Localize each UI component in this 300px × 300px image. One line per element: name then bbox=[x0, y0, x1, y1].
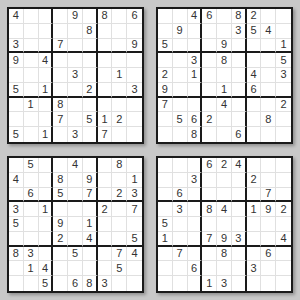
sudoku-cell-top_left-r5c2[interactable] bbox=[24, 68, 39, 83]
sudoku-cell-top_right-r4c8[interactable] bbox=[261, 53, 276, 68]
sudoku-cell-bottom_left-r4c9: 7 bbox=[127, 202, 142, 217]
sudoku-cell-top_left-r2c2[interactable] bbox=[24, 24, 39, 39]
sudoku-cell-top_left-r2c8[interactable] bbox=[112, 24, 127, 39]
sudoku-cell-bottom_right-r2c4[interactable] bbox=[202, 173, 217, 188]
sudoku-cell-top_left-r2c7[interactable] bbox=[98, 24, 113, 39]
sudoku-cell-bottom_left-r6c7[interactable] bbox=[98, 232, 113, 247]
sudoku-cell-top_left-r7c5[interactable] bbox=[68, 98, 83, 113]
sudoku-cell-top_left-r7c6[interactable] bbox=[83, 98, 98, 113]
sudoku-cell-top_right-r7c7[interactable] bbox=[247, 98, 262, 113]
sudoku-cell-bottom_left-r7c4[interactable] bbox=[53, 247, 68, 262]
sudoku-cell-bottom_left-r7c2: 3 bbox=[24, 247, 39, 262]
sudoku-cell-bottom_right-r1c9[interactable] bbox=[276, 158, 291, 173]
sudoku-cell-bottom_left-r6c5[interactable] bbox=[68, 232, 83, 247]
sudoku-cell-top_left-r4c5[interactable] bbox=[68, 53, 83, 68]
sudoku-cell-bottom_left-r3c5[interactable] bbox=[68, 188, 83, 203]
sudoku-cell-top_left-r2c1[interactable] bbox=[9, 24, 24, 39]
sudoku-cell-bottom_right-r7c5: 8 bbox=[217, 247, 232, 262]
sudoku-cell-top_right-r7c3[interactable] bbox=[188, 98, 203, 113]
sudoku-cell-top_right-r8c1[interactable] bbox=[158, 112, 173, 127]
sudoku-cell-top_left-r6c5[interactable] bbox=[68, 83, 83, 98]
sudoku-cell-top_right-r3c7[interactable] bbox=[247, 39, 262, 54]
sudoku-cell-bottom_right-r7c6[interactable] bbox=[232, 247, 247, 262]
sudoku-cell-bottom_right-r4c2: 3 bbox=[173, 202, 188, 217]
sudoku-cell-top_left-r7c9[interactable] bbox=[127, 98, 142, 113]
sudoku-cell-bottom_right-r2c1[interactable] bbox=[158, 173, 173, 188]
sudoku-cell-top_left-r5c6[interactable] bbox=[83, 68, 98, 83]
sudoku-cell-top_right-r1c8[interactable] bbox=[261, 9, 276, 24]
sudoku-cell-top_left-r3c5[interactable] bbox=[68, 39, 83, 54]
sudoku-cell-top_left-r1c1: 4 bbox=[9, 9, 24, 24]
sudoku-cell-bottom_right-r8c3: 6 bbox=[188, 261, 203, 276]
sudoku-cell-bottom_left-r3c8: 2 bbox=[112, 188, 127, 203]
sudoku-cell-top_right-r1c6: 8 bbox=[232, 9, 247, 24]
sudoku-cell-bottom_right-r6c4: 7 bbox=[202, 232, 217, 247]
sudoku-cell-top_right-r5c5[interactable] bbox=[217, 68, 232, 83]
sudoku-cell-bottom_right-r1c8[interactable] bbox=[261, 158, 276, 173]
sudoku-cell-bottom_right-r1c4: 6 bbox=[202, 158, 217, 173]
sudoku-cell-bottom_left-r7c3[interactable] bbox=[39, 247, 54, 262]
sudoku-cell-top_right-r5c6[interactable] bbox=[232, 68, 247, 83]
sudoku-cell-top_right-r4c3: 3 bbox=[188, 53, 203, 68]
sudoku-cell-top_right-r9c8[interactable] bbox=[261, 127, 276, 142]
sudoku-cell-top_left-r7c3[interactable] bbox=[39, 98, 54, 113]
sudoku-cell-top_right-r2c5[interactable] bbox=[217, 24, 232, 39]
sudoku-cell-top_right-r7c8[interactable] bbox=[261, 98, 276, 113]
sudoku-board-bottom-right: 62432673841925179347866313 bbox=[156, 156, 293, 293]
sudoku-cell-bottom_right-r3c3[interactable] bbox=[188, 188, 203, 203]
sudoku-cell-bottom_right-r6c2[interactable] bbox=[173, 232, 188, 247]
sudoku-cell-top_right-r8c5[interactable] bbox=[217, 112, 232, 127]
sudoku-cell-top_left-r3c2[interactable] bbox=[24, 39, 39, 54]
sudoku-cell-bottom_left-r1c9[interactable] bbox=[127, 158, 142, 173]
sudoku-cell-bottom_right-r5c7[interactable] bbox=[247, 217, 262, 232]
sudoku-cell-top_left-r4c8[interactable] bbox=[112, 53, 127, 68]
sudoku-cell-top_right-r6c8[interactable] bbox=[261, 83, 276, 98]
sudoku-cell-top_right-r7c1: 7 bbox=[158, 98, 173, 113]
sudoku-cell-top_right-r5c3: 1 bbox=[188, 68, 203, 83]
sudoku-board-bottom-left: 5484891657233127591245835741455683 bbox=[7, 156, 144, 293]
sudoku-cell-top_right-r2c6: 3 bbox=[232, 24, 247, 39]
sudoku-cell-bottom_left-r8c7[interactable] bbox=[98, 261, 113, 276]
sudoku-cell-top_left-r8c5[interactable] bbox=[68, 112, 83, 127]
sudoku-cell-bottom_left-r6c9: 5 bbox=[127, 232, 142, 247]
sudoku-cell-top_right-r4c7[interactable] bbox=[247, 53, 262, 68]
sudoku-cell-bottom_right-r5c2[interactable] bbox=[173, 217, 188, 232]
sudoku-cell-bottom_left-r6c4: 2 bbox=[53, 232, 68, 247]
sudoku-cell-top_left-r7c2: 1 bbox=[24, 98, 39, 113]
sudoku-cell-top_right-r2c1[interactable] bbox=[158, 24, 173, 39]
sudoku-cell-top_left-r7c7[interactable] bbox=[98, 98, 113, 113]
sudoku-cell-top_left-r8c7: 1 bbox=[98, 112, 113, 127]
sudoku-cell-bottom_left-r2c6: 9 bbox=[83, 173, 98, 188]
sudoku-cell-bottom_right-r5c5[interactable] bbox=[217, 217, 232, 232]
sudoku-cell-top_right-r9c2[interactable] bbox=[173, 127, 188, 142]
sudoku-cell-top_left-r3c3[interactable] bbox=[39, 39, 54, 54]
sudoku-cell-bottom_right-r9c8[interactable] bbox=[261, 276, 276, 291]
sudoku-cell-top_right-r3c5: 9 bbox=[217, 39, 232, 54]
sudoku-cell-top_right-r7c2[interactable] bbox=[173, 98, 188, 113]
sudoku-cell-bottom_left-r7c7[interactable] bbox=[98, 247, 113, 262]
sudoku-cell-top_right-r5c7: 4 bbox=[247, 68, 262, 83]
sudoku-cell-bottom_right-r6c7[interactable] bbox=[247, 232, 262, 247]
sudoku-cell-bottom_left-r5c2[interactable] bbox=[24, 217, 39, 232]
sudoku-cell-top_right-r5c4[interactable] bbox=[202, 68, 217, 83]
sudoku-cell-top_right-r9c7[interactable] bbox=[247, 127, 262, 142]
sudoku-cell-top_left-r9c1: 5 bbox=[9, 127, 24, 142]
sudoku-cell-bottom_right-r7c9[interactable] bbox=[276, 247, 291, 262]
sudoku-cell-bottom_left-r5c9[interactable] bbox=[127, 217, 142, 232]
sudoku-cell-bottom_left-r2c3[interactable] bbox=[39, 173, 54, 188]
sudoku-cell-bottom_right-r7c7[interactable] bbox=[247, 247, 262, 262]
sudoku-cell-bottom_right-r4c7: 1 bbox=[247, 202, 262, 217]
sudoku-cell-bottom_left-r1c7[interactable] bbox=[98, 158, 113, 173]
sudoku-cell-top_left-r8c9[interactable] bbox=[127, 112, 142, 127]
sudoku-cell-bottom_right-r6c8[interactable] bbox=[261, 232, 276, 247]
sudoku-cell-bottom_right-r7c3[interactable] bbox=[188, 247, 203, 262]
sudoku-cell-top_left-r9c4[interactable] bbox=[53, 127, 68, 142]
sudoku-cell-bottom_left-r2c2[interactable] bbox=[24, 173, 39, 188]
sudoku-cell-top_right-r4c6[interactable] bbox=[232, 53, 247, 68]
sudoku-cell-top_right-r9c9[interactable] bbox=[276, 127, 291, 142]
sudoku-cell-bottom_right-r5c1: 5 bbox=[158, 217, 173, 232]
sudoku-cell-bottom_right-r2c2[interactable] bbox=[173, 173, 188, 188]
puzzle-sheet: 49868379943151231875125137 4682935459138… bbox=[0, 0, 300, 300]
sudoku-cell-bottom_left-r7c6[interactable] bbox=[83, 247, 98, 262]
sudoku-cell-top_left-r8c3[interactable] bbox=[39, 112, 54, 127]
sudoku-cell-top_right-r4c4[interactable] bbox=[202, 53, 217, 68]
sudoku-cell-top_right-r3c3[interactable] bbox=[188, 39, 203, 54]
sudoku-cell-top_left-r4c4[interactable] bbox=[53, 53, 68, 68]
sudoku-cell-bottom_left-r4c8[interactable] bbox=[112, 202, 127, 217]
sudoku-cell-bottom_left-r9c6: 8 bbox=[83, 276, 98, 291]
sudoku-cell-bottom_right-r2c5[interactable] bbox=[217, 173, 232, 188]
sudoku-cell-top_right-r2c8: 4 bbox=[261, 24, 276, 39]
sudoku-cell-bottom_right-r8c5[interactable] bbox=[217, 261, 232, 276]
sudoku-cell-top_left-r5c8: 1 bbox=[112, 68, 127, 83]
sudoku-cell-bottom_left-r6c6: 4 bbox=[83, 232, 98, 247]
sudoku-cell-bottom_right-r5c3[interactable] bbox=[188, 217, 203, 232]
sudoku-cell-top_right-r2c9[interactable] bbox=[276, 24, 291, 39]
sudoku-cell-top_left-r2c9[interactable] bbox=[127, 24, 142, 39]
sudoku-cell-top_right-r8c2: 5 bbox=[173, 112, 188, 127]
sudoku-cell-top_left-r1c7: 8 bbox=[98, 9, 113, 24]
sudoku-cell-bottom_left-r9c1[interactable] bbox=[9, 276, 24, 291]
sudoku-cell-bottom_left-r1c4[interactable] bbox=[53, 158, 68, 173]
sudoku-cell-bottom_left-r8c6[interactable] bbox=[83, 261, 98, 276]
sudoku-cell-top_left-r5c3[interactable] bbox=[39, 68, 54, 83]
sudoku-cell-top_right-r8c7[interactable] bbox=[247, 112, 262, 127]
sudoku-cell-bottom_right-r6c3[interactable] bbox=[188, 232, 203, 247]
sudoku-cell-top_right-r9c5[interactable] bbox=[217, 127, 232, 142]
sudoku-cell-bottom_right-r7c1[interactable] bbox=[158, 247, 173, 262]
sudoku-cell-bottom_left-r3c1[interactable] bbox=[9, 188, 24, 203]
sudoku-cell-top_right-r1c7: 2 bbox=[247, 9, 262, 24]
sudoku-cell-top_left-r5c4[interactable] bbox=[53, 68, 68, 83]
sudoku-cell-bottom_left-r4c5[interactable] bbox=[68, 202, 83, 217]
sudoku-cell-top_left-r6c6: 2 bbox=[83, 83, 98, 98]
sudoku-cell-top_right-r8c9[interactable] bbox=[276, 112, 291, 127]
sudoku-cell-top_right-r6c4[interactable] bbox=[202, 83, 217, 98]
sudoku-cell-top_left-r5c1[interactable] bbox=[9, 68, 24, 83]
sudoku-cell-top_left-r6c7[interactable] bbox=[98, 83, 113, 98]
sudoku-cell-bottom_right-r1c5: 2 bbox=[217, 158, 232, 173]
sudoku-cell-bottom_right-r1c2[interactable] bbox=[173, 158, 188, 173]
sudoku-cell-bottom_left-r5c7[interactable] bbox=[98, 217, 113, 232]
sudoku-cell-bottom_left-r3c9: 3 bbox=[127, 188, 142, 203]
sudoku-cell-top_left-r4c9[interactable] bbox=[127, 53, 142, 68]
sudoku-cell-bottom_left-r4c1: 3 bbox=[9, 202, 24, 217]
sudoku-cell-bottom_left-r8c2: 1 bbox=[24, 261, 39, 276]
sudoku-cell-bottom_right-r3c7[interactable] bbox=[247, 188, 262, 203]
sudoku-cell-bottom_right-r4c4: 8 bbox=[202, 202, 217, 217]
sudoku-cell-top_right-r2c4[interactable] bbox=[202, 24, 217, 39]
sudoku-cell-top_right-r4c2[interactable] bbox=[173, 53, 188, 68]
sudoku-cell-bottom_left-r4c4[interactable] bbox=[53, 202, 68, 217]
sudoku-cell-top_right-r3c2[interactable] bbox=[173, 39, 188, 54]
sudoku-cell-top_left-r1c2[interactable] bbox=[24, 9, 39, 24]
sudoku-cell-bottom_left-r3c3[interactable] bbox=[39, 188, 54, 203]
sudoku-cell-bottom_left-r8c5[interactable] bbox=[68, 261, 83, 276]
sudoku-board-top-left: 49868379943151231875125137 bbox=[7, 7, 144, 144]
sudoku-cell-top_left-r1c6[interactable] bbox=[83, 9, 98, 24]
sudoku-cell-bottom_right-r6c6: 3 bbox=[232, 232, 247, 247]
sudoku-cell-bottom_right-r5c8[interactable] bbox=[261, 217, 276, 232]
sudoku-cell-bottom_left-r2c4: 8 bbox=[53, 173, 68, 188]
sudoku-cell-top_right-r6c6[interactable] bbox=[232, 83, 247, 98]
sudoku-cell-top_right-r6c1: 9 bbox=[158, 83, 173, 98]
sudoku-cell-top_left-r1c8[interactable] bbox=[112, 9, 127, 24]
sudoku-cell-top_left-r3c8[interactable] bbox=[112, 39, 127, 54]
sudoku-cell-top_left-r4c2[interactable] bbox=[24, 53, 39, 68]
sudoku-cell-top_right-r8c6[interactable] bbox=[232, 112, 247, 127]
sudoku-cell-top_right-r1c5[interactable] bbox=[217, 9, 232, 24]
sudoku-cell-bottom_right-r5c6[interactable] bbox=[232, 217, 247, 232]
sudoku-cell-top_right-r6c7: 6 bbox=[247, 83, 262, 98]
sudoku-cell-bottom_left-r6c8[interactable] bbox=[112, 232, 127, 247]
sudoku-cell-top_left-r2c5[interactable] bbox=[68, 24, 83, 39]
sudoku-cell-bottom_right-r8c6[interactable] bbox=[232, 261, 247, 276]
sudoku-cell-bottom_right-r2c9[interactable] bbox=[276, 173, 291, 188]
sudoku-cell-bottom_left-r9c9[interactable] bbox=[127, 276, 142, 291]
sudoku-cell-top_right-r2c3[interactable] bbox=[188, 24, 203, 39]
sudoku-cell-bottom_right-r2c8[interactable] bbox=[261, 173, 276, 188]
sudoku-cell-bottom_right-r9c7[interactable] bbox=[247, 276, 262, 291]
sudoku-cell-bottom_right-r4c3[interactable] bbox=[188, 202, 203, 217]
sudoku-cell-bottom_right-r8c1[interactable] bbox=[158, 261, 173, 276]
sudoku-cell-bottom_right-r4c9: 2 bbox=[276, 202, 291, 217]
sudoku-cell-bottom_left-r7c8: 7 bbox=[112, 247, 127, 262]
sudoku-cell-bottom_left-r8c8: 5 bbox=[112, 261, 127, 276]
sudoku-cell-top_right-r5c2[interactable] bbox=[173, 68, 188, 83]
sudoku-cell-bottom_right-r7c4[interactable] bbox=[202, 247, 217, 262]
sudoku-cell-bottom_left-r6c3[interactable] bbox=[39, 232, 54, 247]
sudoku-cell-top_right-r7c4[interactable] bbox=[202, 98, 217, 113]
sudoku-board-top-right: 468293545913852143916742562886 bbox=[156, 7, 293, 144]
sudoku-cell-top_left-r9c9 bbox=[127, 127, 142, 142]
sudoku-cell-bottom_right-r9c6[interactable] bbox=[232, 276, 247, 291]
sudoku-cell-bottom_left-r3c7[interactable] bbox=[98, 188, 113, 203]
sudoku-cell-bottom_left-r4c2[interactable] bbox=[24, 202, 39, 217]
sudoku-cell-bottom_right-r3c6[interactable] bbox=[232, 188, 247, 203]
sudoku-cell-bottom_right-r5c9[interactable] bbox=[276, 217, 291, 232]
sudoku-cell-top_right-r1c3: 4 bbox=[188, 9, 203, 24]
sudoku-cell-bottom_left-r4c6[interactable] bbox=[83, 202, 98, 217]
sudoku-cell-bottom_left-r3c2: 6 bbox=[24, 188, 39, 203]
sudoku-cell-top_right-r1c2[interactable] bbox=[173, 9, 188, 24]
sudoku-cell-top_left-r5c5: 3 bbox=[68, 68, 83, 83]
sudoku-cell-top_left-r7c1[interactable] bbox=[9, 98, 24, 113]
sudoku-cell-top_right-r3c4[interactable] bbox=[202, 39, 217, 54]
sudoku-cell-bottom_left-r1c1[interactable] bbox=[9, 158, 24, 173]
sudoku-cell-top_left-r8c2[interactable] bbox=[24, 112, 39, 127]
sudoku-cell-bottom_right-r8c8[interactable] bbox=[261, 261, 276, 276]
sudoku-cell-bottom_left-r9c4[interactable] bbox=[53, 276, 68, 291]
sudoku-cell-top_right-r7c5: 4 bbox=[217, 98, 232, 113]
sudoku-cell-bottom_right-r8c4[interactable] bbox=[202, 261, 217, 276]
sudoku-cell-top_left-r2c6: 8 bbox=[83, 24, 98, 39]
sudoku-cell-bottom_right-r3c9[interactable] bbox=[276, 188, 291, 203]
sudoku-cell-top_left-r8c1[interactable] bbox=[9, 112, 24, 127]
sudoku-cell-bottom_left-r3c6: 7 bbox=[83, 188, 98, 203]
sudoku-cell-bottom_right-r3c1[interactable] bbox=[158, 188, 173, 203]
sudoku-cell-top_right-r4c5: 8 bbox=[217, 53, 232, 68]
sudoku-cell-top_left-r3c9: 9 bbox=[127, 39, 142, 54]
sudoku-cell-top_left-r1c3[interactable] bbox=[39, 9, 54, 24]
sudoku-cell-top_right-r2c2: 9 bbox=[173, 24, 188, 39]
sudoku-cell-bottom_left-r5c4: 9 bbox=[53, 217, 68, 232]
sudoku-cell-top_right-r3c8[interactable] bbox=[261, 39, 276, 54]
sudoku-cell-bottom_right-r9c4: 1 bbox=[202, 276, 217, 291]
sudoku-cell-top_right-r6c9[interactable] bbox=[276, 83, 291, 98]
sudoku-cell-top_right-r8c4: 2 bbox=[202, 112, 217, 127]
sudoku-cell-top_left-r5c7[interactable] bbox=[98, 68, 113, 83]
sudoku-cell-top_right-r9c3: 8 bbox=[188, 127, 203, 142]
sudoku-cell-top_right-r9c4[interactable] bbox=[202, 127, 217, 142]
sudoku-cell-bottom_right-r8c2[interactable] bbox=[173, 261, 188, 276]
sudoku-cell-bottom_left-r5c5[interactable] bbox=[68, 217, 83, 232]
sudoku-cell-top_right-r6c3[interactable] bbox=[188, 83, 203, 98]
sudoku-cell-top_left-r2c4[interactable] bbox=[53, 24, 68, 39]
sudoku-cell-bottom_left-r9c7: 3 bbox=[98, 276, 113, 291]
sudoku-cell-bottom_left-r2c5[interactable] bbox=[68, 173, 83, 188]
sudoku-cell-top_left-r7c4: 8 bbox=[53, 98, 68, 113]
sudoku-cell-bottom_left-r2c7[interactable] bbox=[98, 173, 113, 188]
sudoku-cell-bottom_left-r8c1[interactable] bbox=[9, 261, 24, 276]
sudoku-cell-top_right-r6c2[interactable] bbox=[173, 83, 188, 98]
sudoku-cell-bottom_right-r7c8: 6 bbox=[261, 247, 276, 262]
sudoku-cell-top_left-r9c6[interactable] bbox=[83, 127, 98, 142]
sudoku-cell-top_left-r3c6[interactable] bbox=[83, 39, 98, 54]
sudoku-cell-top_left-r2c3[interactable] bbox=[39, 24, 54, 39]
sudoku-cell-bottom_left-r7c1: 8 bbox=[9, 247, 24, 262]
sudoku-cell-top_right-r7c6[interactable] bbox=[232, 98, 247, 113]
sudoku-cell-top_left-r3c4: 7 bbox=[53, 39, 68, 54]
sudoku-cell-bottom_right-r4c1[interactable] bbox=[158, 202, 173, 217]
sudoku-cell-top_left-r3c7[interactable] bbox=[98, 39, 113, 54]
sudoku-cell-top_right-r8c3: 6 bbox=[188, 112, 203, 127]
sudoku-cell-bottom_right-r9c1[interactable] bbox=[158, 276, 173, 291]
sudoku-cell-top_left-r4c7[interactable] bbox=[98, 53, 113, 68]
sudoku-cell-top_left-r6c4[interactable] bbox=[53, 83, 68, 98]
sudoku-cell-top_right-r4c9: 5 bbox=[276, 53, 291, 68]
sudoku-cell-bottom_left-r9c3: 5 bbox=[39, 276, 54, 291]
sudoku-cell-bottom_right-r8c9[interactable] bbox=[276, 261, 291, 276]
sudoku-cell-bottom_left-r5c3[interactable] bbox=[39, 217, 54, 232]
sudoku-cell-bottom_left-r1c6[interactable] bbox=[83, 158, 98, 173]
sudoku-cell-bottom_left-r4c3: 1 bbox=[39, 202, 54, 217]
sudoku-cell-top_left-r4c3: 4 bbox=[39, 53, 54, 68]
sudoku-cell-top_right-r7c9: 2 bbox=[276, 98, 291, 113]
sudoku-cell-bottom_right-r2c6[interactable] bbox=[232, 173, 247, 188]
sudoku-cell-top_left-r9c3: 1 bbox=[39, 127, 54, 142]
sudoku-cell-bottom_right-r3c4[interactable] bbox=[202, 188, 217, 203]
sudoku-cell-top_right-r4c1[interactable] bbox=[158, 53, 173, 68]
sudoku-cell-bottom_right-r4c5: 4 bbox=[217, 202, 232, 217]
sudoku-cell-top_left-r8c8: 2 bbox=[112, 112, 127, 127]
sudoku-cell-top_left-r4c1: 9 bbox=[9, 53, 24, 68]
sudoku-cell-bottom_right-r1c1[interactable] bbox=[158, 158, 173, 173]
sudoku-cell-bottom_right-r9c3[interactable] bbox=[188, 276, 203, 291]
sudoku-cell-top_left-r9c2[interactable] bbox=[24, 127, 39, 142]
sudoku-cell-bottom_right-r4c6[interactable] bbox=[232, 202, 247, 217]
sudoku-cell-top_left-r7c8[interactable] bbox=[112, 98, 127, 113]
sudoku-cell-top_right-r3c9: 1 bbox=[276, 39, 291, 54]
sudoku-cell-top_left-r6c2[interactable] bbox=[24, 83, 39, 98]
sudoku-cell-bottom_right-r9c2[interactable] bbox=[173, 276, 188, 291]
sudoku-cell-top_right-r5c9: 3 bbox=[276, 68, 291, 83]
sudoku-cell-top_right-r1c9[interactable] bbox=[276, 9, 291, 24]
sudoku-cell-top_left-r6c1: 5 bbox=[9, 83, 24, 98]
sudoku-cell-bottom_right-r9c9[interactable] bbox=[276, 276, 291, 291]
sudoku-cell-top_left-r1c4[interactable] bbox=[53, 9, 68, 24]
sudoku-cell-bottom_left-r2c9: 1 bbox=[127, 173, 142, 188]
sudoku-cell-top_left-r5c9[interactable] bbox=[127, 68, 142, 83]
sudoku-cell-top_left-r4c6[interactable] bbox=[83, 53, 98, 68]
sudoku-cell-bottom_left-r2c1: 4 bbox=[9, 173, 24, 188]
sudoku-cell-top_right-r5c8[interactable] bbox=[261, 68, 276, 83]
sudoku-cell-bottom_right-r3c5[interactable] bbox=[217, 188, 232, 203]
sudoku-cell-top_right-r1c1[interactable] bbox=[158, 9, 173, 24]
sudoku-cell-bottom_left-r1c3[interactable] bbox=[39, 158, 54, 173]
sudoku-cell-bottom_left-r8c9[interactable] bbox=[127, 261, 142, 276]
sudoku-cell-bottom_right-r5c4[interactable] bbox=[202, 217, 217, 232]
sudoku-cell-bottom_left-r1c5: 4 bbox=[68, 158, 83, 173]
sudoku-cell-top_left-r6c8[interactable] bbox=[112, 83, 127, 98]
sudoku-cell-top_left-r9c7: 7 bbox=[98, 127, 113, 142]
sudoku-cell-top_right-r9c1[interactable] bbox=[158, 127, 173, 142]
sudoku-cell-bottom_left-r8c4[interactable] bbox=[53, 261, 68, 276]
sudoku-cell-bottom_right-r1c7[interactable] bbox=[247, 158, 262, 173]
sudoku-cell-bottom_left-r5c8[interactable] bbox=[112, 217, 127, 232]
sudoku-cell-bottom_right-r8c7: 3 bbox=[247, 261, 262, 276]
sudoku-cell-bottom_left-r8c3: 4 bbox=[39, 261, 54, 276]
sudoku-cell-bottom_left-r2c8[interactable] bbox=[112, 173, 127, 188]
sudoku-cell-bottom_right-r6c1: 1 bbox=[158, 232, 173, 247]
sudoku-cell-bottom_left-r9c5: 6 bbox=[68, 276, 83, 291]
sudoku-cell-bottom_left-r9c2[interactable] bbox=[24, 276, 39, 291]
sudoku-cell-top_left-r1c5: 9 bbox=[68, 9, 83, 24]
sudoku-cell-bottom_left-r1c8: 8 bbox=[112, 158, 127, 173]
sudoku-cell-bottom_left-r9c8[interactable] bbox=[112, 276, 127, 291]
sudoku-cell-bottom_right-r1c3[interactable] bbox=[188, 158, 203, 173]
sudoku-cell-bottom_left-r6c2[interactable] bbox=[24, 232, 39, 247]
sudoku-cell-top_right-r3c6[interactable] bbox=[232, 39, 247, 54]
sudoku-cell-bottom_left-r6c1[interactable] bbox=[9, 232, 24, 247]
sudoku-cell-bottom_right-r1c6: 4 bbox=[232, 158, 247, 173]
sudoku-cell-bottom_left-r7c9: 4 bbox=[127, 247, 142, 262]
sudoku-cell-bottom_right-r4c8: 9 bbox=[261, 202, 276, 217]
